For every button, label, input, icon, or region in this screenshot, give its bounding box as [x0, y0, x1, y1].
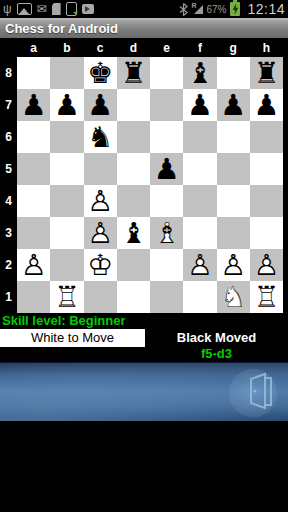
square-a4[interactable]	[17, 185, 50, 217]
rank-label-6: 6	[0, 121, 17, 153]
square-f3[interactable]	[183, 217, 216, 249]
rank-label-4: 4	[0, 185, 17, 217]
file-label-b: b	[50, 40, 83, 57]
ad-banner[interactable]	[0, 362, 288, 422]
white-pawn[interactable]: ♟♙	[84, 185, 117, 217]
square-c4[interactable]: ♟♙	[84, 185, 117, 217]
square-g4[interactable]	[217, 185, 250, 217]
black-bishop[interactable]: ♝	[117, 217, 150, 249]
app-title: Chess for Android	[0, 21, 118, 36]
notification-icons: ψ ✉	[3, 2, 94, 16]
last-move-value: f5-d3	[145, 346, 288, 361]
black-knight[interactable]: ♞	[84, 121, 117, 153]
square-a5[interactable]	[17, 153, 50, 185]
white-pawn[interactable]: ♟♙	[183, 249, 216, 281]
white-king[interactable]: ♚♔	[84, 249, 117, 281]
square-h2[interactable]: ♟♙	[250, 249, 283, 281]
skill-level-label: Skill level: Beginner	[2, 313, 126, 328]
white-rook[interactable]: ♜♖	[250, 281, 283, 313]
square-a1[interactable]	[17, 281, 50, 313]
rank-labels: 87654321	[0, 57, 17, 313]
black-pawn[interactable]: ♟	[50, 89, 83, 121]
square-d5[interactable]	[117, 153, 150, 185]
white-rook[interactable]: ♜♖	[50, 281, 83, 313]
square-a3[interactable]	[17, 217, 50, 249]
square-f7[interactable]: ♟	[183, 89, 216, 121]
rank-label-5: 5	[0, 153, 17, 185]
rank-label-3: 3	[0, 217, 17, 249]
square-e8[interactable]	[150, 57, 183, 89]
square-e6[interactable]	[150, 121, 183, 153]
square-h3[interactable]	[250, 217, 283, 249]
white-pawn[interactable]: ♟♙	[84, 217, 117, 249]
square-d4[interactable]	[117, 185, 150, 217]
square-c5[interactable]	[84, 153, 117, 185]
square-e3[interactable]: ♝♗	[150, 217, 183, 249]
black-pawn[interactable]: ♟	[17, 89, 50, 121]
bottom-black-area	[0, 421, 288, 512]
square-f6[interactable]	[183, 121, 216, 153]
square-a2[interactable]: ♟♙	[17, 249, 50, 281]
square-d3[interactable]: ♝	[117, 217, 150, 249]
square-g6[interactable]	[217, 121, 250, 153]
square-b6[interactable]	[50, 121, 83, 153]
black-rook[interactable]: ♜	[117, 57, 150, 89]
sdcard-icon	[52, 3, 61, 15]
black-pawn[interactable]: ♟	[150, 153, 183, 185]
square-f5[interactable]	[183, 153, 216, 185]
square-c8[interactable]: ♚	[84, 57, 117, 89]
file-labels: abcdefgh	[0, 40, 283, 57]
square-c1[interactable]	[84, 281, 117, 313]
square-b7[interactable]: ♟	[50, 89, 83, 121]
file-label-h: h	[250, 40, 283, 57]
door-icon	[244, 372, 274, 412]
black-pawn[interactable]: ♟	[84, 89, 117, 121]
file-label-c: c	[84, 40, 117, 57]
square-c7[interactable]: ♟	[84, 89, 117, 121]
square-c2[interactable]: ♚♔	[84, 249, 117, 281]
square-b5[interactable]	[50, 153, 83, 185]
black-pawn[interactable]: ♟	[217, 89, 250, 121]
rank-label-8: 8	[0, 57, 17, 89]
clock: 12:14	[247, 1, 285, 17]
square-f1[interactable]	[183, 281, 216, 313]
square-d6[interactable]	[117, 121, 150, 153]
square-c3[interactable]: ♟♙	[84, 217, 117, 249]
usb-icon: ψ	[3, 3, 12, 15]
square-e5[interactable]: ♟	[150, 153, 183, 185]
square-e7[interactable]	[150, 89, 183, 121]
app-screen: ψ ✉ R 67% 12:14 Chess for Android abcdef…	[0, 0, 288, 512]
square-g8[interactable]	[217, 57, 250, 89]
square-b1[interactable]: ♜♖	[50, 281, 83, 313]
game-status-area: Skill level: Beginner White to Move Blac…	[0, 313, 288, 362]
board-area: 87654321 ♚♜♝♜♟♟♟♟♟♟♞♟♟♙♟♙♝♝♗♟♙♚♔♟♙♟♙♟♙♜♖…	[0, 57, 288, 313]
file-label-f: f	[183, 40, 216, 57]
square-b4[interactable]	[50, 185, 83, 217]
white-pawn[interactable]: ♟♙	[17, 249, 50, 281]
white-bishop[interactable]: ♝♗	[150, 217, 183, 249]
battery-icon	[230, 2, 240, 16]
square-h7[interactable]: ♟	[250, 89, 283, 121]
black-bishop[interactable]: ♝	[183, 57, 216, 89]
turn-indicator: White to Move	[0, 329, 145, 347]
square-c6[interactable]: ♞	[84, 121, 117, 153]
square-h5[interactable]	[250, 153, 283, 185]
square-f4[interactable]	[183, 185, 216, 217]
square-f2[interactable]: ♟♙	[183, 249, 216, 281]
black-king[interactable]: ♚	[84, 57, 117, 89]
square-h1[interactable]: ♜♖	[250, 281, 283, 313]
white-pawn[interactable]: ♟♙	[217, 249, 250, 281]
square-e1[interactable]	[150, 281, 183, 313]
square-b3[interactable]	[50, 217, 83, 249]
title-bar: Chess for Android	[0, 18, 288, 40]
email-icon: ✉	[37, 3, 47, 15]
square-g3[interactable]	[217, 217, 250, 249]
rank-label-7: 7	[0, 89, 17, 121]
battery-percent: 67%	[206, 4, 226, 15]
rank-label-2: 2	[0, 249, 17, 281]
black-rook[interactable]: ♜	[250, 57, 283, 89]
square-e4[interactable]	[150, 185, 183, 217]
square-a6[interactable]	[17, 121, 50, 153]
square-d2[interactable]	[117, 249, 150, 281]
bluetooth-icon	[179, 3, 188, 16]
square-h4[interactable]	[250, 185, 283, 217]
square-e2[interactable]	[150, 249, 183, 281]
white-pawn[interactable]: ♟♙	[250, 249, 283, 281]
square-d1[interactable]	[117, 281, 150, 313]
file-label-d: d	[117, 40, 150, 57]
gallery-icon	[17, 3, 32, 15]
signal-icon: R	[191, 3, 203, 15]
file-label-g: g	[217, 40, 250, 57]
square-b8[interactable]	[50, 57, 83, 89]
square-g5[interactable]	[217, 153, 250, 185]
black-pawn[interactable]: ♟	[183, 89, 216, 121]
white-knight[interactable]: ♞♘	[217, 281, 250, 313]
playstore-icon	[82, 4, 94, 14]
square-d7[interactable]	[117, 89, 150, 121]
square-a7[interactable]: ♟	[17, 89, 50, 121]
square-f8[interactable]: ♝	[183, 57, 216, 89]
square-g2[interactable]: ♟♙	[217, 249, 250, 281]
square-h8[interactable]: ♜	[250, 57, 283, 89]
square-g7[interactable]: ♟	[217, 89, 250, 121]
square-a8[interactable]	[17, 57, 50, 89]
screenshot-icon	[66, 2, 77, 16]
file-label-a: a	[17, 40, 50, 57]
black-pawn[interactable]: ♟	[250, 89, 283, 121]
square-h6[interactable]	[250, 121, 283, 153]
square-d8[interactable]: ♜	[117, 57, 150, 89]
last-move-label: Black Moved	[145, 329, 288, 347]
file-label-e: e	[150, 40, 183, 57]
rank-label-1: 1	[0, 281, 17, 313]
square-g1[interactable]: ♞♘	[217, 281, 250, 313]
status-bar: ψ ✉ R 67% 12:14	[0, 0, 288, 18]
system-status-icons: R 67% 12:14	[179, 1, 285, 17]
square-b2[interactable]	[50, 249, 83, 281]
chess-board[interactable]: ♚♜♝♜♟♟♟♟♟♟♞♟♟♙♟♙♝♝♗♟♙♚♔♟♙♟♙♟♙♜♖♞♘♜♖	[17, 57, 283, 313]
